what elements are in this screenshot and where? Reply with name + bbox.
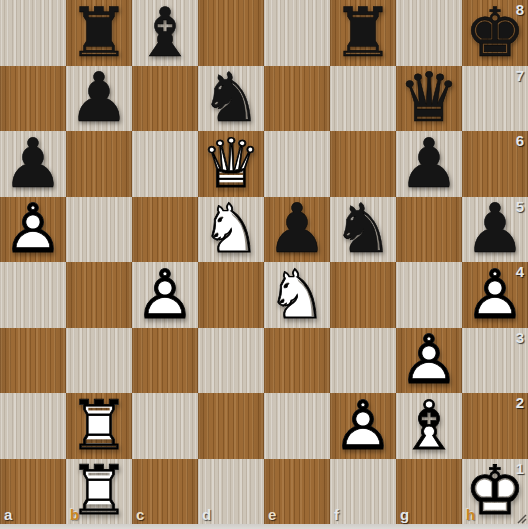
square-a6[interactable]: ♟ <box>0 131 66 197</box>
square-a5[interactable]: ♟♙ <box>0 197 66 263</box>
coord-file-e: e <box>268 506 276 523</box>
square-f7[interactable] <box>330 66 396 132</box>
piece-glyph-outline: ♖ <box>66 459 132 525</box>
square-d8[interactable] <box>198 0 264 66</box>
square-a4[interactable] <box>0 262 66 328</box>
piece-white-knight[interactable]: ♞♘ <box>198 197 264 263</box>
square-g4[interactable] <box>396 262 462 328</box>
square-b7[interactable]: ♟ <box>66 66 132 132</box>
piece-glyph-outline: ♘ <box>264 262 330 328</box>
coord-rank-2: 2 <box>516 394 524 411</box>
square-f1[interactable]: f <box>330 459 396 525</box>
coord-rank-6: 6 <box>516 132 524 149</box>
piece-glyph-outline: ♖ <box>66 393 132 459</box>
piece-black-pawn[interactable]: ♟ <box>396 131 462 197</box>
piece-glyph-outline: ♙ <box>396 328 462 394</box>
square-g1[interactable]: g <box>396 459 462 525</box>
square-a7[interactable] <box>0 66 66 132</box>
coord-file-c: c <box>136 506 144 523</box>
piece-black-pawn[interactable]: ♟ <box>0 131 66 197</box>
square-f8[interactable]: ♜ <box>330 0 396 66</box>
piece-white-pawn[interactable]: ♟♙ <box>396 328 462 394</box>
square-h4[interactable]: ♟♙4 <box>462 262 528 328</box>
piece-glyph-outline: ♗ <box>396 393 462 459</box>
piece-white-pawn[interactable]: ♟♙ <box>462 262 528 328</box>
square-f2[interactable]: ♟♙ <box>330 393 396 459</box>
square-d4[interactable] <box>198 262 264 328</box>
piece-white-bishop[interactable]: ♝♗ <box>396 393 462 459</box>
square-e8[interactable] <box>264 0 330 66</box>
piece-white-rook[interactable]: ♜♖ <box>66 459 132 525</box>
coord-file-d: d <box>202 506 211 523</box>
square-g3[interactable]: ♟♙ <box>396 328 462 394</box>
square-g8[interactable] <box>396 0 462 66</box>
piece-black-rook[interactable]: ♜ <box>66 0 132 66</box>
square-e3[interactable] <box>264 328 330 394</box>
piece-black-pawn[interactable]: ♟ <box>462 197 528 263</box>
square-a3[interactable] <box>0 328 66 394</box>
piece-black-knight[interactable]: ♞ <box>330 197 396 263</box>
square-c1[interactable]: c <box>132 459 198 525</box>
square-h8[interactable]: ♚8 <box>462 0 528 66</box>
piece-white-rook[interactable]: ♜♖ <box>66 393 132 459</box>
piece-white-pawn[interactable]: ♟♙ <box>0 197 66 263</box>
square-d7[interactable]: ♞ <box>198 66 264 132</box>
square-h3[interactable]: 3 <box>462 328 528 394</box>
square-d6[interactable]: ♛♕ <box>198 131 264 197</box>
piece-black-bishop[interactable]: ♝ <box>132 0 198 66</box>
piece-white-queen[interactable]: ♛♕ <box>198 131 264 197</box>
square-c8[interactable]: ♝ <box>132 0 198 66</box>
square-g2[interactable]: ♝♗ <box>396 393 462 459</box>
piece-white-knight[interactable]: ♞♘ <box>264 262 330 328</box>
square-c5[interactable] <box>132 197 198 263</box>
square-c3[interactable] <box>132 328 198 394</box>
square-d2[interactable] <box>198 393 264 459</box>
square-e7[interactable] <box>264 66 330 132</box>
square-f3[interactable] <box>330 328 396 394</box>
piece-black-king[interactable]: ♚ <box>462 0 528 66</box>
square-b2[interactable]: ♜♖ <box>66 393 132 459</box>
square-e2[interactable] <box>264 393 330 459</box>
piece-white-pawn[interactable]: ♟♙ <box>132 262 198 328</box>
piece-glyph-outline: ♙ <box>132 262 198 328</box>
square-d5[interactable]: ♞♘ <box>198 197 264 263</box>
piece-black-rook[interactable]: ♜ <box>330 0 396 66</box>
coord-file-a: a <box>4 506 12 523</box>
square-c2[interactable] <box>132 393 198 459</box>
square-b6[interactable] <box>66 131 132 197</box>
square-e4[interactable]: ♞♘ <box>264 262 330 328</box>
piece-glyph-outline: ♘ <box>198 197 264 263</box>
square-f6[interactable] <box>330 131 396 197</box>
square-e5[interactable]: ♟ <box>264 197 330 263</box>
square-c7[interactable] <box>132 66 198 132</box>
square-b5[interactable] <box>66 197 132 263</box>
square-a1[interactable]: a <box>0 459 66 525</box>
coord-rank-3: 3 <box>516 329 524 346</box>
piece-glyph-outline: ♙ <box>330 393 396 459</box>
coord-file-g: g <box>400 506 409 523</box>
square-c4[interactable]: ♟♙ <box>132 262 198 328</box>
square-a8[interactable] <box>0 0 66 66</box>
piece-glyph-outline: ♙ <box>0 197 66 263</box>
coord-rank-7: 7 <box>516 67 524 84</box>
square-e1[interactable]: e <box>264 459 330 525</box>
square-h7[interactable]: 7 <box>462 66 528 132</box>
square-b4[interactable] <box>66 262 132 328</box>
square-h6[interactable]: 6 <box>462 131 528 197</box>
piece-glyph-outline: ♕ <box>198 131 264 197</box>
chess-board: ♜♝♜♚8♟♞♛7♟♛♕♟6♟♙♞♘♟♞♟5♟♙♞♘♟♙4♟♙3♜♖♟♙♝♗2a… <box>0 0 528 524</box>
square-e6[interactable] <box>264 131 330 197</box>
square-g7[interactable]: ♛ <box>396 66 462 132</box>
coord-file-f: f <box>334 506 339 523</box>
square-h5[interactable]: ♟5 <box>462 197 528 263</box>
square-b3[interactable] <box>66 328 132 394</box>
square-c6[interactable] <box>132 131 198 197</box>
square-a2[interactable] <box>0 393 66 459</box>
square-d1[interactable]: d <box>198 459 264 525</box>
square-g6[interactable]: ♟ <box>396 131 462 197</box>
piece-glyph-outline: ♙ <box>462 262 528 328</box>
square-h1[interactable]: ♚♔1h <box>462 459 528 525</box>
resize-handle[interactable] <box>514 510 527 523</box>
piece-black-pawn[interactable]: ♟ <box>264 197 330 263</box>
square-f5[interactable]: ♞ <box>330 197 396 263</box>
piece-black-pawn[interactable]: ♟ <box>66 66 132 132</box>
piece-black-queen[interactable]: ♛ <box>396 66 462 132</box>
square-g5[interactable] <box>396 197 462 263</box>
square-b8[interactable]: ♜ <box>66 0 132 66</box>
square-h2[interactable]: 2 <box>462 393 528 459</box>
square-f4[interactable] <box>330 262 396 328</box>
piece-black-knight[interactable]: ♞ <box>198 66 264 132</box>
piece-white-pawn[interactable]: ♟♙ <box>330 393 396 459</box>
square-d3[interactable] <box>198 328 264 394</box>
square-b1[interactable]: ♜♖b <box>66 459 132 525</box>
